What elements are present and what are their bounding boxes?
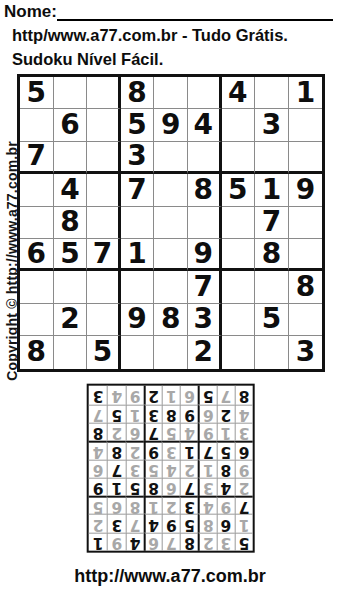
solution-cell-r3c3: 4	[198, 496, 216, 514]
puzzle-cell-r2c3[interactable]	[87, 109, 121, 141]
puzzle-cell-r4c2: 4	[54, 174, 88, 206]
puzzle-cell-r9c1: 8	[20, 336, 54, 368]
solution-cell-r9c2: 7	[216, 386, 234, 404]
name-write-in-line[interactable]	[57, 19, 333, 21]
solution-cell-r1c8: 9	[107, 532, 125, 550]
solution-cell-r6c2: 5	[216, 441, 234, 459]
puzzle-cell-r2c5: 9	[154, 109, 188, 141]
puzzle-cell-r7c7[interactable]	[222, 271, 256, 303]
solution-cell-r5c2: 8	[216, 459, 234, 477]
solution-cell-r4c4: 7	[180, 477, 198, 495]
solution-cell-r3c4: 3	[180, 496, 198, 514]
solution-cell-r5c8: 7	[107, 459, 125, 477]
solution-cell-r6c5: 3	[162, 441, 180, 459]
puzzle-cell-r8c6: 3	[188, 304, 222, 336]
solution-cell-r6c7: 2	[125, 441, 143, 459]
puzzle-cell-r1c7: 4	[222, 77, 256, 109]
solution-cell-r3c9: 5	[89, 496, 107, 514]
solution-cell-r4c7: 5	[125, 477, 143, 495]
solution-cell-r3c6: 1	[144, 496, 162, 514]
puzzle-cell-r6c1: 6	[20, 239, 54, 271]
puzzle-cell-r5c1[interactable]	[20, 207, 54, 239]
solution-cell-r4c1: 2	[235, 477, 253, 495]
puzzle-cell-r1c8[interactable]	[255, 77, 289, 109]
solution-cell-r3c5: 2	[162, 496, 180, 514]
footer-url: http://www.a77.com.br	[0, 566, 340, 587]
puzzle-cell-r6c9[interactable]	[289, 239, 323, 271]
puzzle-cell-r3c2[interactable]	[54, 142, 88, 174]
solution-cell-r9c3: 5	[198, 386, 216, 404]
puzzle-cell-r1c2[interactable]	[54, 77, 88, 109]
solution-cell-r3c8: 6	[107, 496, 125, 514]
solution-cell-r4c8: 1	[107, 477, 125, 495]
puzzle-cell-r6c6: 9	[188, 239, 222, 271]
solution-cell-r7c6: 7	[144, 423, 162, 441]
puzzle-cell-r9c7[interactable]	[222, 336, 256, 368]
puzzle-cell-r7c1[interactable]	[20, 271, 54, 303]
solution-cell-r6c4: 1	[180, 441, 198, 459]
solution-cell-r2c3: 8	[198, 514, 216, 532]
puzzle-cell-r7c5[interactable]	[154, 271, 188, 303]
puzzle-title: Sudoku Nível Fácil.	[12, 50, 163, 69]
puzzle-cell-r6c4: 1	[121, 239, 155, 271]
solution-cell-r1c6: 6	[144, 532, 162, 550]
solution-cell-r2c6: 4	[144, 514, 162, 532]
solution-cell-r2c9: 2	[89, 514, 107, 532]
solution-cell-r8c1: 4	[235, 404, 253, 422]
puzzle-cell-r3c5[interactable]	[154, 142, 188, 174]
puzzle-cell-r4c8: 1	[255, 174, 289, 206]
puzzle-cell-r6c5[interactable]	[154, 239, 188, 271]
puzzle-cell-r5c2: 8	[54, 207, 88, 239]
puzzle-cell-r2c7[interactable]	[222, 109, 256, 141]
solution-cell-r9c6: 2	[144, 386, 162, 404]
solution-cell-r9c4: 6	[180, 386, 198, 404]
solution-cell-r1c4: 8	[180, 532, 198, 550]
puzzle-cell-r5c5[interactable]	[154, 207, 188, 239]
puzzle-cell-r1c4: 8	[121, 77, 155, 109]
solution-cell-r5c3: 1	[198, 459, 216, 477]
puzzle-cell-r5c6[interactable]	[188, 207, 222, 239]
puzzle-cell-r1c3[interactable]	[87, 77, 121, 109]
puzzle-cell-r3c3[interactable]	[87, 142, 121, 174]
solution-cell-r2c8: 3	[107, 514, 125, 532]
site-tagline: http/www.a77.com.br - Tudo Grátis.	[12, 26, 288, 45]
puzzle-cell-r8c5: 8	[154, 304, 188, 336]
solution-cell-r3c7: 8	[125, 496, 143, 514]
solution-cell-r8c2: 2	[216, 404, 234, 422]
puzzle-cell-r4c4: 7	[121, 174, 155, 206]
solution-cell-r7c5: 5	[162, 423, 180, 441]
puzzle-cell-r7c8[interactable]	[255, 271, 289, 303]
solution-cell-r6c8: 8	[107, 441, 125, 459]
solution-cell-r7c3: 9	[198, 423, 216, 441]
puzzle-cell-r2c6: 4	[188, 109, 222, 141]
puzzle-cell-r3c9[interactable]	[289, 142, 323, 174]
solution-cell-r9c1: 8	[235, 386, 253, 404]
solution-cell-r5c7: 3	[125, 459, 143, 477]
solution-cell-r7c7: 6	[125, 423, 143, 441]
puzzle-cell-r7c4[interactable]	[121, 271, 155, 303]
puzzle-cell-r4c1[interactable]	[20, 174, 54, 206]
solution-cell-r6c6: 9	[144, 441, 162, 459]
puzzle-cell-r2c9[interactable]	[289, 109, 323, 141]
solution-cell-r1c2: 3	[216, 532, 234, 550]
puzzle-cell-r9c3: 5	[87, 336, 121, 368]
solution-cell-r4c9: 9	[89, 477, 107, 495]
puzzle-cell-r3c1: 7	[20, 142, 54, 174]
puzzle-cell-r1c9: 1	[289, 77, 323, 109]
puzzle-cell-r3c4: 3	[121, 142, 155, 174]
puzzle-cell-r9c5[interactable]	[154, 336, 188, 368]
solution-cell-r1c7: 4	[125, 532, 143, 550]
puzzle-cell-r8c4: 9	[121, 304, 155, 336]
solution-cell-r8c9: 7	[89, 404, 107, 422]
puzzle-cell-r2c1[interactable]	[20, 109, 54, 141]
puzzle-cell-r2c8: 3	[255, 109, 289, 141]
solution-cell-r4c5: 6	[162, 477, 180, 495]
solution-cell-r5c5: 4	[162, 459, 180, 477]
puzzle-cell-r7c9: 8	[289, 271, 323, 303]
sudoku-solution-grid-upside-down: 5328764911685947327943218652437685199812…	[87, 384, 255, 553]
puzzle-cell-r8c1[interactable]	[20, 304, 54, 336]
puzzle-cell-r6c3: 7	[87, 239, 121, 271]
puzzle-cell-r4c6: 8	[188, 174, 222, 206]
puzzle-cell-r1c6[interactable]	[188, 77, 222, 109]
solution-cell-r4c2: 4	[216, 477, 234, 495]
solution-cell-r7c9: 8	[89, 423, 107, 441]
solution-cell-r5c9: 6	[89, 459, 107, 477]
solution-cell-r2c1: 1	[235, 514, 253, 532]
puzzle-cell-r5c7[interactable]	[222, 207, 256, 239]
puzzle-cell-r5c9[interactable]	[289, 207, 323, 239]
solution-cell-r1c9: 1	[89, 532, 107, 550]
solution-cell-r9c9: 3	[89, 386, 107, 404]
solution-cell-r7c1: 3	[235, 423, 253, 441]
solution-cell-r8c4: 9	[180, 404, 198, 422]
puzzle-cell-r8c3[interactable]	[87, 304, 121, 336]
puzzle-cell-r1c5[interactable]	[154, 77, 188, 109]
puzzle-cell-r4c5[interactable]	[154, 174, 188, 206]
solution-cell-r2c7: 7	[125, 514, 143, 532]
puzzle-cell-r5c3[interactable]	[87, 207, 121, 239]
solution-cell-r5c1: 9	[235, 459, 253, 477]
solution-cell-r8c6: 3	[144, 404, 162, 422]
puzzle-cell-r7c3[interactable]	[87, 271, 121, 303]
solution-cell-r7c2: 1	[216, 423, 234, 441]
solution-cell-r3c2: 9	[216, 496, 234, 514]
solution-cell-r1c3: 2	[198, 532, 216, 550]
puzzle-cell-r5c4[interactable]	[121, 207, 155, 239]
solution-cell-r8c3: 6	[198, 404, 216, 422]
sudoku-puzzle-grid: 584165943734785198765719878298358523	[17, 74, 325, 372]
puzzle-cell-r9c6: 2	[188, 336, 222, 368]
solution-cell-r1c1: 5	[235, 532, 253, 550]
puzzle-cell-r8c8: 5	[255, 304, 289, 336]
puzzle-cell-r4c7: 5	[222, 174, 256, 206]
solution-cell-r9c7: 9	[125, 386, 143, 404]
puzzle-cell-r2c4: 5	[121, 109, 155, 141]
solution-cell-r6c9: 4	[89, 441, 107, 459]
puzzle-cell-r6c7[interactable]	[222, 239, 256, 271]
solution-cell-r7c4: 4	[180, 423, 198, 441]
puzzle-cell-r3c7[interactable]	[222, 142, 256, 174]
puzzle-cell-r9c9: 3	[289, 336, 323, 368]
solution-cell-r6c1: 6	[235, 441, 253, 459]
puzzle-cell-r8c2: 2	[54, 304, 88, 336]
puzzle-cell-r8c9[interactable]	[289, 304, 323, 336]
solution-cell-r6c3: 7	[198, 441, 216, 459]
solution-cell-r2c2: 6	[216, 514, 234, 532]
puzzle-cell-r8c7[interactable]	[222, 304, 256, 336]
solution-cell-r2c4: 5	[180, 514, 198, 532]
solution-cell-r2c5: 9	[162, 514, 180, 532]
puzzle-cell-r5c8: 7	[255, 207, 289, 239]
puzzle-cell-r9c8[interactable]	[255, 336, 289, 368]
solution-cell-r1c5: 7	[162, 532, 180, 550]
puzzle-cell-r2c2: 6	[54, 109, 88, 141]
solution-cell-r4c6: 8	[144, 477, 162, 495]
solution-cell-r8c5: 8	[162, 404, 180, 422]
solution-cell-r4c3: 3	[198, 477, 216, 495]
puzzle-cell-r9c4[interactable]	[121, 336, 155, 368]
solution-cell-r3c1: 7	[235, 496, 253, 514]
solution-cell-r5c4: 2	[180, 459, 198, 477]
puzzle-cell-r6c2: 5	[54, 239, 88, 271]
puzzle-cell-r4c3[interactable]	[87, 174, 121, 206]
solution-cell-r8c8: 5	[107, 404, 125, 422]
puzzle-cell-r6c8: 8	[255, 239, 289, 271]
solution-cell-r9c8: 4	[107, 386, 125, 404]
name-label: Nome:	[4, 2, 57, 22]
solution-cell-r9c5: 1	[162, 386, 180, 404]
solution-cell-r7c8: 2	[107, 423, 125, 441]
puzzle-cell-r9c2[interactable]	[54, 336, 88, 368]
puzzle-cell-r3c6[interactable]	[188, 142, 222, 174]
puzzle-cell-r3c8[interactable]	[255, 142, 289, 174]
puzzle-cell-r7c6: 7	[188, 271, 222, 303]
puzzle-cell-r7c2[interactable]	[54, 271, 88, 303]
puzzle-cell-r1c1: 5	[20, 77, 54, 109]
puzzle-cell-r4c9: 9	[289, 174, 323, 206]
solution-cell-r8c7: 1	[125, 404, 143, 422]
solution-cell-r5c6: 5	[144, 459, 162, 477]
